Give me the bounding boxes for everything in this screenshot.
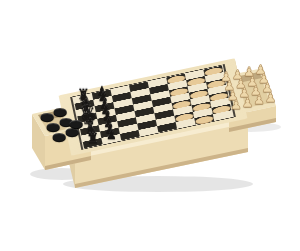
draughts-disc: ● [193,113,214,125]
product-photo-stage: ●●●●●●●●●●●● ♜♟♞♟♝♟♛♟♚♟♝♟♞♟♜♟♟♟♟♟♟♟♟♟♟♟♟… [0,0,300,251]
board-cell: ● [194,114,214,124]
